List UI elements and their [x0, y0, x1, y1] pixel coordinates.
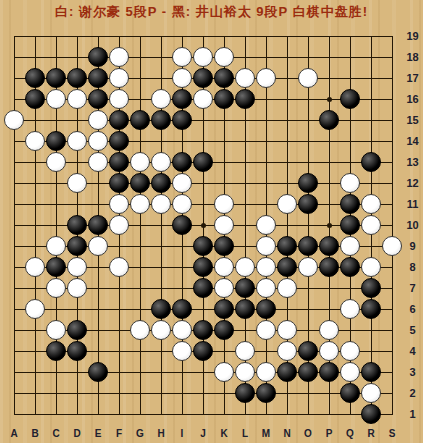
black-stone-O3: [298, 362, 318, 382]
white-stone-M17: [256, 68, 276, 88]
row-label-7: 7: [402, 278, 423, 299]
col-label-I: I: [172, 428, 192, 439]
white-stone-K8: [214, 257, 234, 277]
black-stone-R6: [361, 299, 381, 319]
black-stone-F15: [109, 110, 129, 130]
black-stone-O9: [298, 236, 318, 256]
row-label-18: 18: [402, 47, 423, 68]
black-stone-Q8: [340, 257, 360, 277]
col-label-S: S: [382, 428, 402, 439]
black-stone-Q16: [340, 89, 360, 109]
col-label-Q: Q: [340, 428, 360, 439]
black-stone-D4: [67, 341, 87, 361]
row-label-3: 3: [402, 362, 423, 383]
black-stone-Q2: [340, 383, 360, 403]
white-stone-F10: [109, 215, 129, 235]
black-stone-R1: [361, 404, 381, 424]
white-stone-I4: [172, 341, 192, 361]
black-stone-C14: [46, 131, 66, 151]
black-stone-K17: [214, 68, 234, 88]
black-stone-E10: [88, 215, 108, 235]
white-stone-F11: [109, 194, 129, 214]
black-stone-C17: [46, 68, 66, 88]
black-stone-B16: [25, 89, 45, 109]
white-stone-M5: [256, 320, 276, 340]
black-stone-R7: [361, 278, 381, 298]
white-stone-I12: [172, 173, 192, 193]
white-stone-R8: [361, 257, 381, 277]
black-stone-D5: [67, 320, 87, 340]
white-stone-L8: [235, 257, 255, 277]
black-stone-B17: [25, 68, 45, 88]
white-stone-H5: [151, 320, 171, 340]
white-stone-M8: [256, 257, 276, 277]
white-stone-L4: [235, 341, 255, 361]
col-label-N: N: [277, 428, 297, 439]
hoshi-point-P16: [327, 97, 332, 102]
white-stone-E15: [88, 110, 108, 130]
black-stone-N8: [277, 257, 297, 277]
white-stone-Q3: [340, 362, 360, 382]
white-stone-O8: [298, 257, 318, 277]
black-stone-F12: [109, 173, 129, 193]
white-stone-L3: [235, 362, 255, 382]
white-stone-I17: [172, 68, 192, 88]
white-stone-F8: [109, 257, 129, 277]
white-stone-M3: [256, 362, 276, 382]
col-label-L: L: [235, 428, 255, 439]
row-label-13: 13: [402, 152, 423, 173]
col-label-P: P: [319, 428, 339, 439]
black-stone-O4: [298, 341, 318, 361]
black-stone-P3: [319, 362, 339, 382]
black-stone-R13: [361, 152, 381, 172]
white-stone-I11: [172, 194, 192, 214]
black-stone-J5: [193, 320, 213, 340]
row-label-5: 5: [402, 320, 423, 341]
col-label-B: B: [25, 428, 45, 439]
white-stone-E14: [88, 131, 108, 151]
black-stone-I6: [172, 299, 192, 319]
black-stone-J17: [193, 68, 213, 88]
col-label-H: H: [151, 428, 171, 439]
black-stone-P8: [319, 257, 339, 277]
white-stone-N11: [277, 194, 297, 214]
white-stone-Q9: [340, 236, 360, 256]
white-stone-H16: [151, 89, 171, 109]
black-stone-L2: [235, 383, 255, 403]
black-stone-F13: [109, 152, 129, 172]
black-stone-E18: [88, 47, 108, 67]
black-stone-E3: [88, 362, 108, 382]
row-label-6: 6: [402, 299, 423, 320]
white-stone-I5: [172, 320, 192, 340]
row-label-1: 1: [402, 404, 423, 425]
black-stone-G12: [130, 173, 150, 193]
black-stone-L7: [235, 278, 255, 298]
black-stone-P9: [319, 236, 339, 256]
col-label-D: D: [67, 428, 87, 439]
white-stone-S9: [382, 236, 402, 256]
black-stone-H12: [151, 173, 171, 193]
col-label-G: G: [130, 428, 150, 439]
col-label-R: R: [361, 428, 381, 439]
black-stone-J4: [193, 341, 213, 361]
row-label-4: 4: [402, 341, 423, 362]
col-label-F: F: [109, 428, 129, 439]
white-stone-E13: [88, 152, 108, 172]
white-stone-D14: [67, 131, 87, 151]
white-stone-A15: [4, 110, 24, 130]
white-stone-N4: [277, 341, 297, 361]
white-stone-H13: [151, 152, 171, 172]
row-label-17: 17: [402, 68, 423, 89]
black-stone-H6: [151, 299, 171, 319]
col-label-K: K: [214, 428, 234, 439]
white-stone-K11: [214, 194, 234, 214]
black-stone-L16: [235, 89, 255, 109]
black-stone-K6: [214, 299, 234, 319]
white-stone-K7: [214, 278, 234, 298]
white-stone-D16: [67, 89, 87, 109]
row-label-15: 15: [402, 110, 423, 131]
black-stone-J13: [193, 152, 213, 172]
white-stone-D12: [67, 173, 87, 193]
black-stone-K5: [214, 320, 234, 340]
black-stone-K9: [214, 236, 234, 256]
white-stone-C7: [46, 278, 66, 298]
white-stone-P5: [319, 320, 339, 340]
white-stone-F18: [109, 47, 129, 67]
black-stone-O11: [298, 194, 318, 214]
black-stone-I10: [172, 215, 192, 235]
white-stone-G13: [130, 152, 150, 172]
black-stone-C8: [46, 257, 66, 277]
white-stone-C16: [46, 89, 66, 109]
black-stone-L6: [235, 299, 255, 319]
white-stone-I18: [172, 47, 192, 67]
white-stone-B6: [25, 299, 45, 319]
black-stone-K16: [214, 89, 234, 109]
white-stone-D8: [67, 257, 87, 277]
col-label-E: E: [88, 428, 108, 439]
black-stone-I13: [172, 152, 192, 172]
black-stone-J8: [193, 257, 213, 277]
white-stone-C5: [46, 320, 66, 340]
white-stone-R11: [361, 194, 381, 214]
white-stone-K10: [214, 215, 234, 235]
white-stone-J16: [193, 89, 213, 109]
black-stone-F14: [109, 131, 129, 151]
hoshi-point-P10: [327, 223, 332, 228]
col-label-C: C: [46, 428, 66, 439]
black-stone-C4: [46, 341, 66, 361]
row-label-10: 10: [402, 215, 423, 236]
black-stone-Q11: [340, 194, 360, 214]
black-stone-D10: [67, 215, 87, 235]
black-stone-R3: [361, 362, 381, 382]
black-stone-M6: [256, 299, 276, 319]
white-stone-N5: [277, 320, 297, 340]
col-label-O: O: [298, 428, 318, 439]
white-stone-F17: [109, 68, 129, 88]
row-label-2: 2: [402, 383, 423, 404]
white-stone-R2: [361, 383, 381, 403]
white-stone-H11: [151, 194, 171, 214]
black-stone-I16: [172, 89, 192, 109]
black-stone-D9: [67, 236, 87, 256]
black-stone-J9: [193, 236, 213, 256]
black-stone-G15: [130, 110, 150, 130]
col-label-J: J: [193, 428, 213, 439]
row-label-9: 9: [402, 236, 423, 257]
hoshi-point-J10: [201, 223, 206, 228]
white-stone-R10: [361, 215, 381, 235]
black-stone-H15: [151, 110, 171, 130]
col-label-M: M: [256, 428, 276, 439]
row-label-11: 11: [402, 194, 423, 215]
row-label-19: 19: [402, 26, 423, 47]
white-stone-K3: [214, 362, 234, 382]
white-stone-B8: [25, 257, 45, 277]
black-stone-M2: [256, 383, 276, 403]
white-stone-J18: [193, 47, 213, 67]
col-label-A: A: [4, 428, 24, 439]
row-label-12: 12: [402, 173, 423, 194]
black-stone-P15: [319, 110, 339, 130]
white-stone-Q6: [340, 299, 360, 319]
black-stone-O12: [298, 173, 318, 193]
white-stone-F16: [109, 89, 129, 109]
white-stone-G11: [130, 194, 150, 214]
black-stone-E16: [88, 89, 108, 109]
white-stone-M10: [256, 215, 276, 235]
white-stone-Q4: [340, 341, 360, 361]
white-stone-M7: [256, 278, 276, 298]
match-info-header: 白: 谢尔豪 5段P - 黑: 井山裕太 9段P 白棋中盘胜!: [0, 0, 423, 26]
white-stone-C13: [46, 152, 66, 172]
white-stone-N7: [277, 278, 297, 298]
white-stone-M9: [256, 236, 276, 256]
white-stone-D7: [67, 278, 87, 298]
row-label-8: 8: [402, 257, 423, 278]
white-stone-P4: [319, 341, 339, 361]
black-stone-D17: [67, 68, 87, 88]
black-stone-N9: [277, 236, 297, 256]
white-stone-G5: [130, 320, 150, 340]
row-label-16: 16: [402, 89, 423, 110]
black-stone-J7: [193, 278, 213, 298]
white-stone-B14: [25, 131, 45, 151]
white-stone-L17: [235, 68, 255, 88]
white-stone-K18: [214, 47, 234, 67]
white-stone-E9: [88, 236, 108, 256]
white-stone-O17: [298, 68, 318, 88]
black-stone-I15: [172, 110, 192, 130]
black-stone-N3: [277, 362, 297, 382]
white-stone-Q12: [340, 173, 360, 193]
row-label-14: 14: [402, 131, 423, 152]
white-stone-C9: [46, 236, 66, 256]
black-stone-E17: [88, 68, 108, 88]
black-stone-Q10: [340, 215, 360, 235]
